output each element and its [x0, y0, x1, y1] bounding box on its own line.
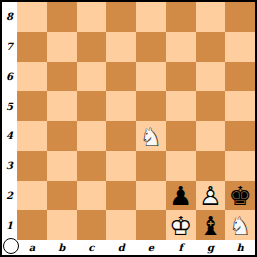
square-e3[interactable]	[136, 151, 166, 181]
white-to-move-indicator	[3, 238, 19, 254]
square-a8[interactable]	[17, 2, 47, 32]
square-b7[interactable]	[47, 32, 77, 62]
square-a7[interactable]	[17, 32, 47, 62]
rank-label-7: 7	[2, 32, 17, 62]
square-h6[interactable]	[225, 62, 255, 92]
chess-board: ♞♘♟♟♙♚♚♔♝♞♘	[17, 2, 255, 240]
square-c4[interactable]	[77, 121, 107, 151]
rank-label-8: 8	[2, 2, 17, 32]
square-g2[interactable]: ♟♙	[196, 181, 226, 211]
square-a3[interactable]	[17, 151, 47, 181]
file-label-a: a	[17, 240, 47, 255]
square-a5[interactable]	[17, 91, 47, 121]
black-bishop-icon: ♝	[199, 213, 222, 239]
square-f5[interactable]	[166, 91, 196, 121]
rank-label-6: 6	[2, 62, 17, 92]
square-f6[interactable]	[166, 62, 196, 92]
square-f8[interactable]	[166, 2, 196, 32]
square-g6[interactable]	[196, 62, 226, 92]
rank-label-3: 3	[2, 151, 17, 181]
square-e7[interactable]	[136, 32, 166, 62]
square-h5[interactable]	[225, 91, 255, 121]
square-c8[interactable]	[77, 2, 107, 32]
square-d3[interactable]	[106, 151, 136, 181]
square-e4[interactable]: ♞♘	[136, 121, 166, 151]
square-e5[interactable]	[136, 91, 166, 121]
square-a1[interactable]	[17, 210, 47, 240]
square-h7[interactable]	[225, 32, 255, 62]
square-b2[interactable]	[47, 181, 77, 211]
square-f4[interactable]	[166, 121, 196, 151]
square-g3[interactable]	[196, 151, 226, 181]
square-c3[interactable]	[77, 151, 107, 181]
square-b4[interactable]	[47, 121, 77, 151]
piece-white-knight-h1[interactable]: ♞♘	[225, 210, 255, 240]
square-h8[interactable]	[225, 2, 255, 32]
rank-label-2: 2	[2, 181, 17, 211]
square-e1[interactable]	[136, 210, 166, 240]
file-labels: abcdefgh	[17, 240, 255, 255]
file-label-g: g	[196, 240, 226, 255]
square-a6[interactable]	[17, 62, 47, 92]
square-e8[interactable]	[136, 2, 166, 32]
file-label-h: h	[225, 240, 255, 255]
white-knight-outline-icon: ♘	[228, 213, 251, 239]
square-d7[interactable]	[106, 32, 136, 62]
file-label-b: b	[47, 240, 77, 255]
square-f3[interactable]	[166, 151, 196, 181]
square-h3[interactable]	[225, 151, 255, 181]
rank-labels: 87654321	[2, 2, 17, 240]
square-b8[interactable]	[47, 2, 77, 32]
chess-diagram: 87654321 ♞♘♟♟♙♚♚♔♝♞♘ abcdefgh	[0, 0, 257, 257]
rank-label-1: 1	[2, 210, 17, 240]
piece-white-knight-e4[interactable]: ♞♘	[136, 121, 166, 151]
piece-black-bishop-g1[interactable]: ♝	[196, 210, 226, 240]
square-d5[interactable]	[106, 91, 136, 121]
piece-white-pawn-g2[interactable]: ♟♙	[196, 181, 226, 211]
file-label-f: f	[166, 240, 196, 255]
square-g5[interactable]	[196, 91, 226, 121]
file-label-d: d	[106, 240, 136, 255]
piece-white-king-f1[interactable]: ♚♔	[166, 210, 196, 240]
square-a2[interactable]	[17, 181, 47, 211]
piece-black-pawn-f2[interactable]: ♟	[166, 181, 196, 211]
black-pawn-icon: ♟	[169, 183, 192, 209]
file-label-c: c	[77, 240, 107, 255]
black-king-icon: ♚	[228, 183, 251, 209]
square-g7[interactable]	[196, 32, 226, 62]
square-g8[interactable]	[196, 2, 226, 32]
square-c6[interactable]	[77, 62, 107, 92]
square-b5[interactable]	[47, 91, 77, 121]
white-knight-outline-icon: ♘	[139, 123, 162, 149]
square-e2[interactable]	[136, 181, 166, 211]
square-c2[interactable]	[77, 181, 107, 211]
piece-black-king-h2[interactable]: ♚	[225, 181, 255, 211]
square-d4[interactable]	[106, 121, 136, 151]
square-g1[interactable]: ♝	[196, 210, 226, 240]
square-d1[interactable]	[106, 210, 136, 240]
square-g4[interactable]	[196, 121, 226, 151]
square-f1[interactable]: ♚♔	[166, 210, 196, 240]
white-king-outline-icon: ♔	[169, 213, 192, 239]
square-h4[interactable]	[225, 121, 255, 151]
square-d6[interactable]	[106, 62, 136, 92]
square-c5[interactable]	[77, 91, 107, 121]
square-b1[interactable]	[47, 210, 77, 240]
square-d2[interactable]	[106, 181, 136, 211]
rank-label-4: 4	[2, 121, 17, 151]
square-c7[interactable]	[77, 32, 107, 62]
square-h2[interactable]: ♚	[225, 181, 255, 211]
white-pawn-outline-icon: ♙	[199, 183, 222, 209]
square-b3[interactable]	[47, 151, 77, 181]
square-f2[interactable]: ♟	[166, 181, 196, 211]
file-label-e: e	[136, 240, 166, 255]
square-b6[interactable]	[47, 62, 77, 92]
square-d8[interactable]	[106, 2, 136, 32]
square-a4[interactable]	[17, 121, 47, 151]
square-f7[interactable]	[166, 32, 196, 62]
square-e6[interactable]	[136, 62, 166, 92]
square-h1[interactable]: ♞♘	[225, 210, 255, 240]
rank-label-5: 5	[2, 91, 17, 121]
square-c1[interactable]	[77, 210, 107, 240]
